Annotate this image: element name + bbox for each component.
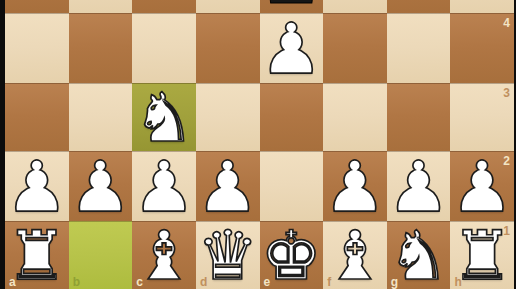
square-g5[interactable] (387, 0, 451, 13)
file-label-a: a (9, 275, 16, 289)
file-label-b: b (73, 275, 80, 289)
square-e3[interactable] (260, 83, 324, 151)
white-bishop[interactable]: ♝ (324, 222, 385, 289)
rank-label-3: 3 (503, 86, 510, 100)
square-b2[interactable]: ♟ (69, 151, 133, 221)
square-e2[interactable] (260, 151, 324, 221)
square-f4[interactable] (323, 13, 387, 83)
square-f1[interactable]: f♝ (323, 221, 387, 289)
square-b1[interactable]: b (69, 221, 133, 289)
file-label-c: c (136, 275, 143, 289)
square-b3[interactable] (69, 83, 133, 151)
square-c1[interactable]: c♝ (132, 221, 196, 289)
white-pawn[interactable]: ♟ (5, 152, 68, 222)
square-f5[interactable] (323, 0, 387, 13)
rank-label-2: 2 (503, 154, 510, 168)
white-pawn[interactable]: ♟ (260, 14, 323, 84)
square-c2[interactable]: ♟ (132, 151, 196, 221)
file-label-g: g (391, 275, 398, 289)
square-h1[interactable]: 1h♜ (450, 221, 514, 289)
square-b5[interactable] (69, 0, 133, 13)
white-pawn[interactable]: ♟ (133, 152, 196, 222)
square-h3[interactable]: 3 (450, 83, 514, 151)
square-g4[interactable] (387, 13, 451, 83)
square-d5[interactable] (196, 0, 260, 13)
square-c3[interactable]: ♞ (132, 83, 196, 151)
square-g1[interactable]: g♞ (387, 221, 451, 289)
square-e4[interactable]: ♟ (260, 13, 324, 83)
file-label-h: h (454, 275, 461, 289)
square-g2[interactable]: ♟ (387, 151, 451, 221)
rank-label-4: 4 (503, 16, 510, 30)
white-pawn[interactable]: ♟ (196, 152, 259, 222)
square-a5[interactable] (5, 0, 69, 13)
square-e1[interactable]: e♚ (260, 221, 324, 289)
board-viewport: ♜♞♝♛♚♝♞8♜♟♟♟♟♟♟7♟6♟5♟4♞3♟♟♟♟♟♟2♟a♜bc♝d♛e… (0, 0, 516, 289)
square-d4[interactable] (196, 13, 260, 83)
square-f3[interactable] (323, 83, 387, 151)
square-c5[interactable] (132, 0, 196, 13)
square-h2[interactable]: 2♟ (450, 151, 514, 221)
square-d2[interactable]: ♟ (196, 151, 260, 221)
chess-board: ♜♞♝♛♚♝♞8♜♟♟♟♟♟♟7♟6♟5♟4♞3♟♟♟♟♟♟2♟a♜bc♝d♛e… (5, 0, 514, 289)
white-pawn[interactable]: ♟ (387, 152, 450, 222)
white-pawn[interactable]: ♟ (69, 152, 132, 222)
file-label-d: d (200, 275, 207, 289)
white-pawn[interactable]: ♟ (324, 152, 387, 222)
square-h4[interactable]: 4 (450, 13, 514, 83)
square-h5[interactable]: 5 (450, 0, 514, 13)
square-a4[interactable] (5, 13, 69, 83)
rank-label-1: 1 (503, 224, 510, 238)
square-c4[interactable] (132, 13, 196, 83)
square-d3[interactable] (196, 83, 260, 151)
square-a1[interactable]: a♜ (5, 221, 69, 289)
square-d1[interactable]: d♛ (196, 221, 260, 289)
file-label-e: e (264, 275, 271, 289)
letterbox-left (0, 0, 5, 289)
square-a3[interactable] (5, 83, 69, 151)
file-label-f: f (327, 275, 331, 289)
square-g3[interactable] (387, 83, 451, 151)
square-f2[interactable]: ♟ (323, 151, 387, 221)
white-knight[interactable]: ♞ (134, 84, 195, 152)
square-b4[interactable] (69, 13, 133, 83)
square-a2[interactable]: ♟ (5, 151, 69, 221)
